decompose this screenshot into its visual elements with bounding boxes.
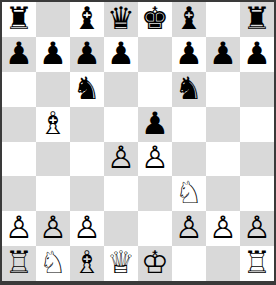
- chess-board: ♜♝♛♚♝♜♟♟♟♟♟♟♟♞♞♗♟♙♙♘♙♙♙♙♙♙♖♘♗♕♔♖: [0, 0, 276, 285]
- piece-white-rook[interactable]: ♖: [5, 247, 33, 278]
- square-c1[interactable]: ♗: [70, 246, 104, 281]
- square-e3[interactable]: [138, 176, 172, 211]
- square-b7[interactable]: ♟: [36, 37, 70, 72]
- square-g7[interactable]: ♟: [206, 37, 240, 72]
- piece-white-pawn[interactable]: ♙: [39, 212, 67, 243]
- piece-black-queen[interactable]: ♛: [107, 3, 135, 34]
- square-a2[interactable]: ♙: [2, 211, 36, 246]
- square-e7[interactable]: [138, 37, 172, 72]
- square-g8[interactable]: [206, 2, 240, 37]
- piece-black-pawn[interactable]: ♟: [209, 38, 237, 69]
- square-b8[interactable]: [36, 2, 70, 37]
- square-e4[interactable]: ♙: [138, 142, 172, 177]
- square-h1[interactable]: ♖: [240, 246, 274, 281]
- square-c8[interactable]: ♝: [70, 2, 104, 37]
- square-h4[interactable]: [240, 142, 274, 177]
- piece-white-pawn[interactable]: ♙: [141, 142, 169, 173]
- square-f4[interactable]: [172, 142, 206, 177]
- square-h7[interactable]: ♟: [240, 37, 274, 72]
- square-f3[interactable]: ♘: [172, 176, 206, 211]
- square-b3[interactable]: [36, 176, 70, 211]
- piece-white-queen[interactable]: ♕: [107, 247, 135, 278]
- piece-black-rook[interactable]: ♜: [243, 3, 271, 34]
- piece-white-king[interactable]: ♔: [141, 247, 169, 278]
- piece-white-pawn[interactable]: ♙: [5, 212, 33, 243]
- piece-white-pawn[interactable]: ♙: [107, 142, 135, 173]
- square-f1[interactable]: [172, 246, 206, 281]
- square-a1[interactable]: ♖: [2, 246, 36, 281]
- square-h2[interactable]: ♙: [240, 211, 274, 246]
- square-c6[interactable]: ♞: [70, 72, 104, 107]
- piece-white-pawn[interactable]: ♙: [243, 212, 271, 243]
- square-f6[interactable]: ♞: [172, 72, 206, 107]
- square-d2[interactable]: [104, 211, 138, 246]
- piece-black-pawn[interactable]: ♟: [5, 38, 33, 69]
- square-e1[interactable]: ♔: [138, 246, 172, 281]
- piece-black-pawn[interactable]: ♟: [107, 38, 135, 69]
- square-h6[interactable]: [240, 72, 274, 107]
- square-g2[interactable]: ♙: [206, 211, 240, 246]
- chess-board-grid: ♜♝♛♚♝♜♟♟♟♟♟♟♟♞♞♗♟♙♙♘♙♙♙♙♙♙♖♘♗♕♔♖: [2, 2, 274, 281]
- square-d3[interactable]: [104, 176, 138, 211]
- square-g3[interactable]: [206, 176, 240, 211]
- piece-white-rook[interactable]: ♖: [243, 247, 271, 278]
- piece-black-king[interactable]: ♚: [141, 3, 169, 34]
- square-c7[interactable]: ♟: [70, 37, 104, 72]
- piece-white-knight[interactable]: ♘: [39, 247, 67, 278]
- square-g1[interactable]: [206, 246, 240, 281]
- square-a8[interactable]: ♜: [2, 2, 36, 37]
- square-d1[interactable]: ♕: [104, 246, 138, 281]
- square-h5[interactable]: [240, 107, 274, 142]
- square-b2[interactable]: ♙: [36, 211, 70, 246]
- square-g4[interactable]: [206, 142, 240, 177]
- square-d5[interactable]: [104, 107, 138, 142]
- piece-black-rook[interactable]: ♜: [5, 3, 33, 34]
- square-d4[interactable]: ♙: [104, 142, 138, 177]
- piece-black-pawn[interactable]: ♟: [243, 38, 271, 69]
- piece-black-knight[interactable]: ♞: [175, 73, 203, 104]
- square-b5[interactable]: ♗: [36, 107, 70, 142]
- square-f7[interactable]: ♟: [172, 37, 206, 72]
- square-g6[interactable]: [206, 72, 240, 107]
- piece-black-pawn[interactable]: ♟: [141, 108, 169, 139]
- square-b4[interactable]: [36, 142, 70, 177]
- square-d7[interactable]: ♟: [104, 37, 138, 72]
- piece-white-knight[interactable]: ♘: [175, 177, 203, 208]
- piece-white-bishop[interactable]: ♗: [39, 108, 67, 139]
- square-e5[interactable]: ♟: [138, 107, 172, 142]
- square-h3[interactable]: [240, 176, 274, 211]
- square-c4[interactable]: [70, 142, 104, 177]
- square-f2[interactable]: ♙: [172, 211, 206, 246]
- square-a6[interactable]: [2, 72, 36, 107]
- piece-black-pawn[interactable]: ♟: [175, 38, 203, 69]
- square-e8[interactable]: ♚: [138, 2, 172, 37]
- square-c5[interactable]: [70, 107, 104, 142]
- piece-white-pawn[interactable]: ♙: [209, 212, 237, 243]
- piece-black-bishop[interactable]: ♝: [175, 3, 203, 34]
- piece-black-bishop[interactable]: ♝: [73, 3, 101, 34]
- square-f8[interactable]: ♝: [172, 2, 206, 37]
- square-b1[interactable]: ♘: [36, 246, 70, 281]
- square-a4[interactable]: [2, 142, 36, 177]
- square-c2[interactable]: ♙: [70, 211, 104, 246]
- square-c3[interactable]: [70, 176, 104, 211]
- square-d6[interactable]: [104, 72, 138, 107]
- square-e6[interactable]: [138, 72, 172, 107]
- piece-white-bishop[interactable]: ♗: [73, 247, 101, 278]
- piece-black-pawn[interactable]: ♟: [73, 38, 101, 69]
- square-d8[interactable]: ♛: [104, 2, 138, 37]
- square-f5[interactable]: [172, 107, 206, 142]
- square-g5[interactable]: [206, 107, 240, 142]
- piece-white-pawn[interactable]: ♙: [175, 212, 203, 243]
- square-e2[interactable]: [138, 211, 172, 246]
- square-b6[interactable]: [36, 72, 70, 107]
- square-a7[interactable]: ♟: [2, 37, 36, 72]
- piece-white-pawn[interactable]: ♙: [73, 212, 101, 243]
- square-a5[interactable]: [2, 107, 36, 142]
- piece-black-pawn[interactable]: ♟: [39, 38, 67, 69]
- square-a3[interactable]: [2, 176, 36, 211]
- square-h8[interactable]: ♜: [240, 2, 274, 37]
- piece-black-knight[interactable]: ♞: [73, 73, 101, 104]
